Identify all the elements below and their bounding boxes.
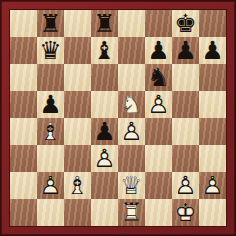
square-g3[interactable] [172,145,199,172]
piece-glyph-fill: ♟ [172,37,199,64]
square-b1[interactable] [37,199,64,226]
square-d3[interactable]: ♟♙ [91,145,118,172]
square-f4[interactable] [145,118,172,145]
piece-glyph-fill: ♟ [199,37,226,64]
piece-glyph-outline: ♗ [37,118,64,145]
square-b2[interactable]: ♟♙ [37,172,64,199]
square-b3[interactable] [37,145,64,172]
piece-black-knight[interactable]: ♞ [145,64,172,91]
square-b8[interactable]: ♜ [37,10,64,37]
square-d8[interactable]: ♜ [91,10,118,37]
piece-glyph-outline: ♔ [172,199,199,226]
piece-glyph-outline: ♙ [172,172,199,199]
square-e7[interactable] [118,37,145,64]
square-e6[interactable] [118,64,145,91]
square-h4[interactable] [199,118,226,145]
square-e5[interactable]: ♞♘ [118,91,145,118]
piece-glyph-fill: ♞ [145,64,172,91]
square-g2[interactable]: ♟♙ [172,172,199,199]
piece-black-bishop[interactable]: ♝ [91,37,118,64]
piece-glyph-outline: ♗ [64,172,91,199]
square-h5[interactable] [199,91,226,118]
square-h8[interactable] [199,10,226,37]
piece-white-pawn[interactable]: ♟♙ [91,145,118,172]
piece-white-pawn[interactable]: ♟♙ [145,91,172,118]
piece-glyph-outline: ♙ [37,172,64,199]
piece-glyph-outline: ♙ [118,118,145,145]
square-f2[interactable] [145,172,172,199]
piece-glyph-fill: ♛ [37,37,64,64]
piece-white-knight[interactable]: ♞♘ [118,91,145,118]
piece-black-pawn[interactable]: ♟ [91,118,118,145]
piece-white-pawn[interactable]: ♟♙ [172,172,199,199]
square-c7[interactable] [64,37,91,64]
piece-glyph-outline: ♙ [199,172,226,199]
piece-glyph-fill: ♝ [91,37,118,64]
piece-white-bishop[interactable]: ♝♗ [37,118,64,145]
square-a1[interactable] [10,199,37,226]
piece-black-pawn[interactable]: ♟ [172,37,199,64]
square-a7[interactable] [10,37,37,64]
square-f5[interactable]: ♟♙ [145,91,172,118]
square-c5[interactable] [64,91,91,118]
piece-black-queen[interactable]: ♛ [37,37,64,64]
piece-glyph-outline: ♖ [118,199,145,226]
square-g5[interactable] [172,91,199,118]
board-frame: ♜♜♚♛♝♟♟♟♞♟♞♘♟♙♝♗♟♟♙♟♙♟♙♝♗♛♕♟♙♟♙♜♖♚♔ [0,0,236,236]
square-d5[interactable] [91,91,118,118]
square-f3[interactable] [145,145,172,172]
piece-white-queen[interactable]: ♛♕ [118,172,145,199]
square-b5[interactable]: ♟ [37,91,64,118]
piece-black-pawn[interactable]: ♟ [199,37,226,64]
chess-board: ♜♜♚♛♝♟♟♟♞♟♞♘♟♙♝♗♟♟♙♟♙♟♙♝♗♛♕♟♙♟♙♜♖♚♔ [10,10,226,226]
piece-black-rook[interactable]: ♜ [37,10,64,37]
square-c4[interactable] [64,118,91,145]
square-c1[interactable] [64,199,91,226]
square-c8[interactable] [64,10,91,37]
piece-white-rook[interactable]: ♜♖ [118,199,145,226]
piece-glyph-fill: ♟ [37,91,64,118]
square-d7[interactable]: ♝ [91,37,118,64]
square-g8[interactable]: ♚ [172,10,199,37]
piece-white-bishop[interactable]: ♝♗ [64,172,91,199]
square-d2[interactable] [91,172,118,199]
square-e4[interactable]: ♟♙ [118,118,145,145]
piece-white-king[interactable]: ♚♔ [172,199,199,226]
square-a3[interactable] [10,145,37,172]
square-f7[interactable]: ♟ [145,37,172,64]
piece-glyph-fill: ♟ [91,118,118,145]
square-b4[interactable]: ♝♗ [37,118,64,145]
square-d4[interactable]: ♟ [91,118,118,145]
piece-white-pawn[interactable]: ♟♙ [118,118,145,145]
square-g1[interactable]: ♚♔ [172,199,199,226]
square-b7[interactable]: ♛ [37,37,64,64]
square-d1[interactable] [91,199,118,226]
piece-glyph-fill: ♟ [145,37,172,64]
piece-glyph-outline: ♘ [118,91,145,118]
square-a4[interactable] [10,118,37,145]
piece-black-pawn[interactable]: ♟ [37,91,64,118]
piece-glyph-outline: ♙ [145,91,172,118]
square-d6[interactable] [91,64,118,91]
square-g7[interactable]: ♟ [172,37,199,64]
square-e1[interactable]: ♜♖ [118,199,145,226]
square-h7[interactable]: ♟ [199,37,226,64]
square-a2[interactable] [10,172,37,199]
square-h1[interactable] [199,199,226,226]
square-c6[interactable] [64,64,91,91]
square-h6[interactable] [199,64,226,91]
piece-black-rook[interactable]: ♜ [91,10,118,37]
square-e2[interactable]: ♛♕ [118,172,145,199]
square-c2[interactable]: ♝♗ [64,172,91,199]
piece-glyph-fill: ♚ [172,10,199,37]
piece-black-pawn[interactable]: ♟ [145,37,172,64]
piece-glyph-outline: ♕ [118,172,145,199]
piece-glyph-fill: ♜ [37,10,64,37]
square-e3[interactable] [118,145,145,172]
piece-white-pawn[interactable]: ♟♙ [37,172,64,199]
piece-glyph-fill: ♜ [91,10,118,37]
square-a5[interactable] [10,91,37,118]
square-f8[interactable] [145,10,172,37]
piece-white-pawn[interactable]: ♟♙ [199,172,226,199]
square-b6[interactable] [37,64,64,91]
square-a8[interactable] [10,10,37,37]
square-f6[interactable]: ♞ [145,64,172,91]
piece-glyph-outline: ♙ [91,145,118,172]
square-g6[interactable] [172,64,199,91]
square-f1[interactable] [145,199,172,226]
piece-black-king[interactable]: ♚ [172,10,199,37]
square-h2[interactable]: ♟♙ [199,172,226,199]
square-a6[interactable] [10,64,37,91]
square-g4[interactable] [172,118,199,145]
square-h3[interactable] [199,145,226,172]
square-c3[interactable] [64,145,91,172]
square-e8[interactable] [118,10,145,37]
